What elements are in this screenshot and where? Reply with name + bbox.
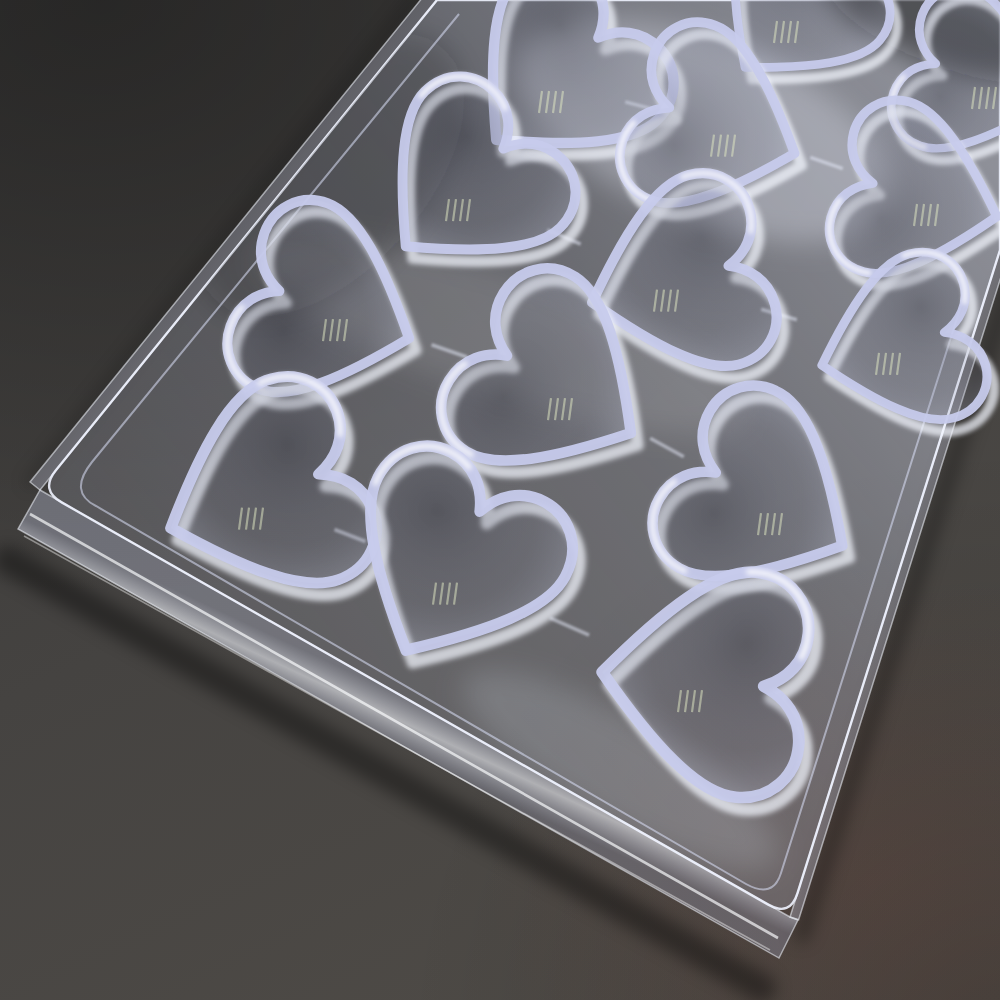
mold-tray-graphic — [0, 0, 1000, 1000]
photo-scene: Angled close-up photo of a clear polycar… — [0, 0, 1000, 1000]
